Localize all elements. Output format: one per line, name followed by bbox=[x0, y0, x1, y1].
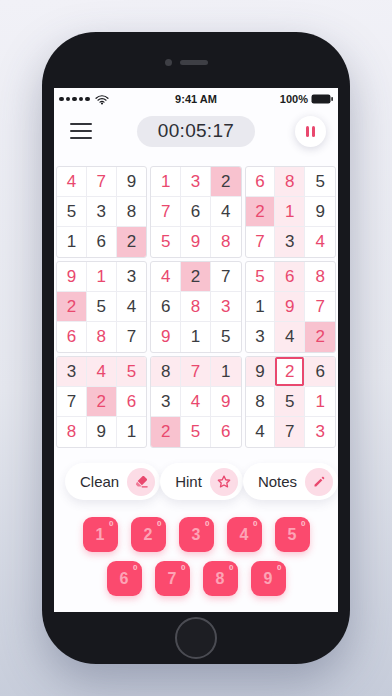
cell-r4c8[interactable]: 6 bbox=[275, 262, 305, 292]
cell-r6c1[interactable]: 6 bbox=[57, 322, 87, 352]
signal-dot bbox=[85, 97, 90, 102]
cell-r9c8[interactable]: 7 bbox=[275, 417, 305, 447]
cell-r1c3[interactable]: 9 bbox=[117, 167, 147, 197]
clean-button-label: Clean bbox=[80, 473, 119, 490]
box-7: 345726891 bbox=[56, 356, 147, 448]
numpad-digit: 5 bbox=[288, 526, 297, 544]
cell-r7c3[interactable]: 5 bbox=[117, 357, 147, 387]
cell-r4c2[interactable]: 1 bbox=[87, 262, 117, 292]
numpad-7[interactable]: 70 bbox=[155, 561, 190, 596]
numpad-digit: 6 bbox=[120, 570, 129, 588]
box-3: 685219734 bbox=[245, 166, 336, 258]
cell-r5c4[interactable]: 6 bbox=[151, 292, 181, 322]
cell-r8c3[interactable]: 6 bbox=[117, 387, 147, 417]
cell-r6c4[interactable]: 9 bbox=[151, 322, 181, 352]
box-4: 913254687 bbox=[56, 261, 147, 353]
menu-bar bbox=[70, 130, 92, 132]
cell-r9c2[interactable]: 9 bbox=[87, 417, 117, 447]
cell-r4c9[interactable]: 8 bbox=[305, 262, 335, 292]
cell-r8c1[interactable]: 7 bbox=[57, 387, 87, 417]
cell-r4c4[interactable]: 4 bbox=[151, 262, 181, 292]
cell-r9c3[interactable]: 1 bbox=[117, 417, 147, 447]
cell-r8c6[interactable]: 9 bbox=[211, 387, 241, 417]
signal-dot bbox=[59, 97, 64, 102]
numpad-8[interactable]: 80 bbox=[203, 561, 238, 596]
cell-r5c9[interactable]: 7 bbox=[305, 292, 335, 322]
eraser-icon bbox=[127, 468, 155, 496]
cell-r4c3[interactable]: 3 bbox=[117, 262, 147, 292]
cell-r5c7[interactable]: 1 bbox=[246, 292, 276, 322]
cell-r1c4[interactable]: 1 bbox=[151, 167, 181, 197]
cell-r2c8[interactable]: 1 bbox=[275, 197, 305, 227]
cell-r5c6[interactable]: 3 bbox=[211, 292, 241, 322]
cell-r2c9[interactable]: 9 bbox=[305, 197, 335, 227]
cell-r3c1[interactable]: 1 bbox=[57, 227, 87, 257]
battery-percent: 100% bbox=[280, 93, 308, 105]
cell-r7c2[interactable]: 4 bbox=[87, 357, 117, 387]
numpad-remaining-count: 0 bbox=[229, 563, 233, 572]
cell-r1c6[interactable]: 2 bbox=[211, 167, 241, 197]
numpad-remaining-count: 0 bbox=[253, 519, 257, 528]
numpad-remaining-count: 0 bbox=[301, 519, 305, 528]
box-9: 926851473 bbox=[245, 356, 336, 448]
pause-icon bbox=[312, 126, 315, 137]
timer-display: 00:05:17 bbox=[137, 116, 255, 147]
numpad-3[interactable]: 30 bbox=[179, 517, 214, 552]
cell-r4c1[interactable]: 9 bbox=[57, 262, 87, 292]
cell-r2c5[interactable]: 6 bbox=[181, 197, 211, 227]
cell-r1c9[interactable]: 5 bbox=[305, 167, 335, 197]
cell-r7c7[interactable]: 9 bbox=[246, 357, 276, 387]
cell-r1c1[interactable]: 4 bbox=[57, 167, 87, 197]
cell-r8c2[interactable]: 2 bbox=[87, 387, 117, 417]
cell-r9c9[interactable]: 3 bbox=[305, 417, 335, 447]
wifi-icon bbox=[95, 94, 109, 105]
cell-r6c7[interactable]: 3 bbox=[246, 322, 276, 352]
pencil-icon bbox=[305, 468, 333, 496]
cell-r9c1[interactable]: 8 bbox=[57, 417, 87, 447]
cell-r1c7[interactable]: 6 bbox=[246, 167, 276, 197]
cell-r8c8[interactable]: 5 bbox=[275, 387, 305, 417]
volume-down-button bbox=[38, 236, 47, 288]
power-button bbox=[345, 153, 354, 211]
numpad-remaining-count: 0 bbox=[157, 519, 161, 528]
cell-r3c2[interactable]: 6 bbox=[87, 227, 117, 257]
battery-group: 100% bbox=[271, 93, 333, 105]
cell-r6c3[interactable]: 7 bbox=[117, 322, 147, 352]
box-1: 479538162 bbox=[56, 166, 147, 258]
cell-r2c4[interactable]: 7 bbox=[151, 197, 181, 227]
numpad-remaining-count: 0 bbox=[133, 563, 137, 572]
page-background: 9:41 AM 100% 00:05:17 bbox=[0, 0, 392, 696]
numpad-digit: 7 bbox=[168, 570, 177, 588]
numpad-digit: 8 bbox=[216, 570, 225, 588]
box-5: 427683915 bbox=[150, 261, 241, 353]
cell-r4c6[interactable]: 7 bbox=[211, 262, 241, 292]
cell-r5c2[interactable]: 5 bbox=[87, 292, 117, 322]
cell-r3c8[interactable]: 3 bbox=[275, 227, 305, 257]
cell-r3c5[interactable]: 9 bbox=[181, 227, 211, 257]
cell-r4c7[interactable]: 5 bbox=[246, 262, 276, 292]
pause-icon bbox=[306, 126, 309, 137]
cell-r6c6[interactable]: 5 bbox=[211, 322, 241, 352]
menu-bar bbox=[70, 123, 92, 125]
status-bar: 9:41 AM 100% bbox=[54, 88, 338, 108]
cell-r6c2[interactable]: 8 bbox=[87, 322, 117, 352]
cell-r8c7[interactable]: 8 bbox=[246, 387, 276, 417]
cell-r2c1[interactable]: 5 bbox=[57, 197, 87, 227]
numpad-digit: 9 bbox=[264, 570, 273, 588]
numpad-6[interactable]: 60 bbox=[107, 561, 142, 596]
cell-r7c9[interactable]: 6 bbox=[305, 357, 335, 387]
numpad-remaining-count: 0 bbox=[109, 519, 113, 528]
volume-up-button bbox=[38, 174, 47, 226]
cell-r9c4[interactable]: 2 bbox=[151, 417, 181, 447]
cell-r2c3[interactable]: 8 bbox=[117, 197, 147, 227]
cell-r6c8[interactable]: 4 bbox=[275, 322, 305, 352]
cell-r4c5[interactable]: 2 bbox=[181, 262, 211, 292]
cell-r3c9[interactable]: 4 bbox=[305, 227, 335, 257]
cell-r7c6[interactable]: 1 bbox=[211, 357, 241, 387]
numpad: 102030405060708090 bbox=[54, 517, 338, 596]
cell-r1c2[interactable]: 7 bbox=[87, 167, 117, 197]
hint-button-label: Hint bbox=[175, 473, 202, 490]
cell-r1c5[interactable]: 3 bbox=[181, 167, 211, 197]
app-screen: 9:41 AM 100% 00:05:17 bbox=[54, 88, 338, 612]
box-6: 568197342 bbox=[245, 261, 336, 353]
camera-dot bbox=[165, 59, 172, 66]
clean-button[interactable]: Clean bbox=[65, 463, 160, 500]
cell-r2c7[interactable]: 2 bbox=[246, 197, 276, 227]
numpad-digit: 2 bbox=[144, 526, 153, 544]
cell-r8c5[interactable]: 4 bbox=[181, 387, 211, 417]
app-header: 00:05:17 bbox=[54, 114, 338, 148]
numpad-1[interactable]: 10 bbox=[83, 517, 118, 552]
numpad-digit: 1 bbox=[96, 526, 105, 544]
hint-button[interactable]: Hint bbox=[160, 463, 243, 500]
numpad-digit: 4 bbox=[240, 526, 249, 544]
cell-r9c7[interactable]: 4 bbox=[246, 417, 276, 447]
cell-r2c6[interactable]: 4 bbox=[211, 197, 241, 227]
cell-r2c2[interactable]: 3 bbox=[87, 197, 117, 227]
numpad-row: 60708090 bbox=[54, 561, 338, 596]
notes-button[interactable]: Notes bbox=[243, 463, 338, 500]
cell-r8c9[interactable]: 1 bbox=[305, 387, 335, 417]
battery-icon bbox=[311, 94, 333, 104]
status-time: 9:41 AM bbox=[121, 93, 271, 105]
speaker-slot bbox=[180, 60, 208, 65]
numpad-digit: 3 bbox=[192, 526, 201, 544]
phone-frame: 9:41 AM 100% 00:05:17 bbox=[42, 32, 350, 664]
pause-button[interactable] bbox=[295, 116, 326, 147]
sudoku-board: 4795381621327645986852197349132546874276… bbox=[56, 166, 336, 448]
box-8: 871349256 bbox=[150, 356, 241, 448]
numpad-remaining-count: 0 bbox=[205, 519, 209, 528]
cell-r3c7[interactable]: 7 bbox=[246, 227, 276, 257]
home-button bbox=[175, 617, 217, 659]
cell-r7c5[interactable]: 7 bbox=[181, 357, 211, 387]
cell-r7c4[interactable]: 8 bbox=[151, 357, 181, 387]
numpad-4[interactable]: 40 bbox=[227, 517, 262, 552]
box-2: 132764598 bbox=[150, 166, 241, 258]
numpad-remaining-count: 0 bbox=[277, 563, 281, 572]
cell-r8c4[interactable]: 3 bbox=[151, 387, 181, 417]
menu-bar bbox=[70, 137, 92, 139]
signal-group bbox=[59, 94, 121, 105]
signal-dot bbox=[79, 97, 84, 102]
signal-dot bbox=[66, 97, 71, 102]
signal-dot bbox=[72, 97, 77, 102]
numpad-remaining-count: 0 bbox=[181, 563, 185, 572]
toolbar: Clean Hint bbox=[54, 463, 338, 500]
cell-r5c1[interactable]: 2 bbox=[57, 292, 87, 322]
menu-button[interactable] bbox=[66, 123, 97, 139]
notes-button-label: Notes bbox=[258, 473, 297, 490]
cell-r5c5[interactable]: 8 bbox=[181, 292, 211, 322]
cell-r7c1[interactable]: 3 bbox=[57, 357, 87, 387]
numpad-5[interactable]: 50 bbox=[275, 517, 310, 552]
mute-switch bbox=[38, 128, 47, 158]
cell-r5c8[interactable]: 9 bbox=[275, 292, 305, 322]
cell-r3c3[interactable]: 2 bbox=[117, 227, 147, 257]
cell-r3c4[interactable]: 5 bbox=[151, 227, 181, 257]
cell-r5c3[interactable]: 4 bbox=[117, 292, 147, 322]
cell-r6c5[interactable]: 1 bbox=[181, 322, 211, 352]
cell-r1c8[interactable]: 8 bbox=[275, 167, 305, 197]
cell-r7c8[interactable]: 2 bbox=[275, 357, 305, 387]
numpad-2[interactable]: 20 bbox=[131, 517, 166, 552]
numpad-9[interactable]: 90 bbox=[251, 561, 286, 596]
cell-r9c6[interactable]: 6 bbox=[211, 417, 241, 447]
cell-r6c9[interactable]: 2 bbox=[305, 322, 335, 352]
cell-r9c5[interactable]: 5 bbox=[181, 417, 211, 447]
star-icon bbox=[210, 468, 238, 496]
cell-r3c6[interactable]: 8 bbox=[211, 227, 241, 257]
numpad-row: 1020304050 bbox=[54, 517, 338, 552]
